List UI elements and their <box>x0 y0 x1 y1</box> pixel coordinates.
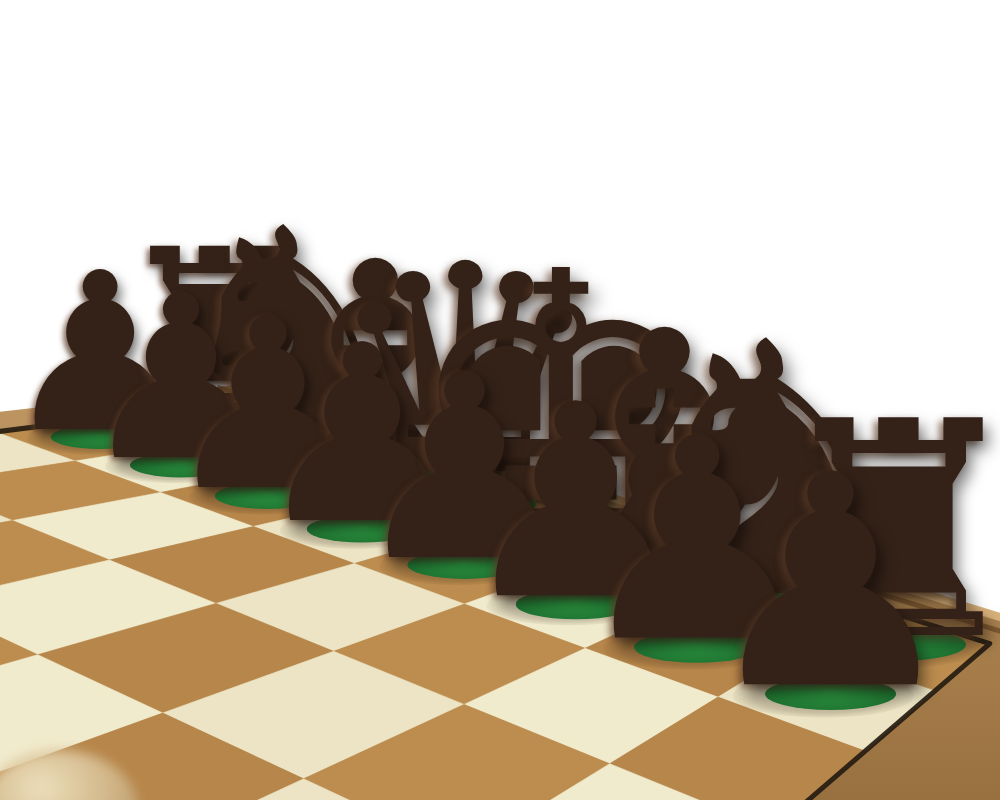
chess-board <box>0 0 1000 800</box>
chess-photo-stage: ♜♞♝♛♚♝♞♜♟♟♟♟♟♟♟♟ <box>0 0 1000 800</box>
